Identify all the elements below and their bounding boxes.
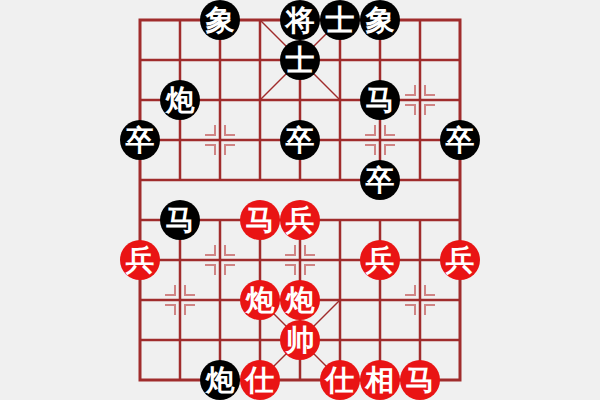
board-point-f8-r3[interactable]: 卒: [440, 120, 480, 160]
board-point-f8-r8[interactable]: [440, 320, 480, 360]
piece-black-horse[interactable]: 马: [360, 80, 400, 120]
board-point-f3-r4[interactable]: [240, 160, 280, 200]
board-point-f5-r6[interactable]: [320, 240, 360, 280]
piece-black-elephant[interactable]: 象: [360, 0, 400, 40]
board-point-f8-r6[interactable]: 兵: [440, 240, 480, 280]
board-point-f2-r6[interactable]: [200, 240, 240, 280]
board-point-f2-r3[interactable]: [200, 120, 240, 160]
piece-red-soldier[interactable]: 兵: [120, 240, 160, 280]
board-point-f0-r0[interactable]: [120, 0, 160, 40]
piece-black-soldier[interactable]: 卒: [440, 120, 480, 160]
board-point-f4-r4[interactable]: [280, 160, 320, 200]
piece-red-horse[interactable]: 马: [400, 360, 440, 400]
board-point-f1-r0[interactable]: [160, 0, 200, 40]
board-point-f0-r9[interactable]: [120, 360, 160, 400]
board-point-f3-r9[interactable]: 仕: [240, 360, 280, 400]
piece-black-soldier[interactable]: 卒: [280, 120, 320, 160]
piece-red-soldier[interactable]: 兵: [280, 200, 320, 240]
board-point-f5-r7[interactable]: [320, 280, 360, 320]
board-point-f4-r0[interactable]: 将: [280, 0, 320, 40]
board-point-f3-r6[interactable]: [240, 240, 280, 280]
board-point-f8-r5[interactable]: [440, 200, 480, 240]
board-point-f3-r1[interactable]: [240, 40, 280, 80]
board-point-f1-r1[interactable]: [160, 40, 200, 80]
board-point-f7-r0[interactable]: [400, 0, 440, 40]
board-point-f0-r2[interactable]: [120, 80, 160, 120]
piece-red-advisor[interactable]: 仕: [240, 360, 280, 400]
piece-red-cannon[interactable]: 炮: [280, 280, 320, 320]
board-point-f4-r8[interactable]: 帅: [280, 320, 320, 360]
board-point-f7-r2[interactable]: [400, 80, 440, 120]
board-point-f3-r5[interactable]: 马: [240, 200, 280, 240]
piece-red-soldier[interactable]: 兵: [440, 240, 480, 280]
board-point-f8-r1[interactable]: [440, 40, 480, 80]
board-point-f5-r3[interactable]: [320, 120, 360, 160]
piece-red-horse[interactable]: 马: [240, 200, 280, 240]
piece-black-general[interactable]: 将: [280, 0, 320, 40]
xiangqi-board: 象将士象士炮马卒卒卒卒马马兵兵兵兵炮炮帅炮仕仕相马: [0, 0, 600, 400]
board-point-f6-r8[interactable]: [360, 320, 400, 360]
board-point-f7-r4[interactable]: [400, 160, 440, 200]
piece-black-cannon[interactable]: 炮: [160, 80, 200, 120]
board-point-f1-r7[interactable]: [160, 280, 200, 320]
board-point-f6-r7[interactable]: [360, 280, 400, 320]
board-point-f3-r7[interactable]: 炮: [240, 280, 280, 320]
board-point-f2-r0[interactable]: 象: [200, 0, 240, 40]
board-point-f8-r4[interactable]: [440, 160, 480, 200]
board-point-f7-r9[interactable]: 马: [400, 360, 440, 400]
board-point-f4-r5[interactable]: 兵: [280, 200, 320, 240]
board-point-f5-r2[interactable]: [320, 80, 360, 120]
piece-red-advisor[interactable]: 仕: [320, 360, 360, 400]
board-point-f2-r7[interactable]: [200, 280, 240, 320]
board-point-f3-r2[interactable]: [240, 80, 280, 120]
board-point-f1-r2[interactable]: 炮: [160, 80, 200, 120]
board-point-f0-r4[interactable]: [120, 160, 160, 200]
board-point-f8-r7[interactable]: [440, 280, 480, 320]
board-point-f8-r2[interactable]: [440, 80, 480, 120]
board-point-f2-r5[interactable]: [200, 200, 240, 240]
board-point-f6-r6[interactable]: 兵: [360, 240, 400, 280]
board-point-f2-r4[interactable]: [200, 160, 240, 200]
board-point-f6-r4[interactable]: 卒: [360, 160, 400, 200]
board-point-f0-r1[interactable]: [120, 40, 160, 80]
board-point-f1-r8[interactable]: [160, 320, 200, 360]
board-point-f7-r3[interactable]: [400, 120, 440, 160]
piece-red-general[interactable]: 帅: [280, 320, 320, 360]
board-point-f4-r9[interactable]: [280, 360, 320, 400]
board-point-f2-r9[interactable]: 炮: [200, 360, 240, 400]
board-point-f1-r9[interactable]: [160, 360, 200, 400]
piece-red-cannon[interactable]: 炮: [240, 280, 280, 320]
piece-black-soldier[interactable]: 卒: [120, 120, 160, 160]
board-point-f0-r8[interactable]: [120, 320, 160, 360]
piece-black-soldier[interactable]: 卒: [360, 160, 400, 200]
board-point-f2-r1[interactable]: [200, 40, 240, 80]
board-point-f1-r3[interactable]: [160, 120, 200, 160]
piece-black-advisor[interactable]: 士: [280, 40, 320, 80]
board-point-f1-r6[interactable]: [160, 240, 200, 280]
board-point-f4-r1[interactable]: 士: [280, 40, 320, 80]
board-point-f0-r3[interactable]: 卒: [120, 120, 160, 160]
board-point-f4-r2[interactable]: [280, 80, 320, 120]
piece-red-elephant[interactable]: 相: [360, 360, 400, 400]
board-point-f0-r5[interactable]: [120, 200, 160, 240]
board-intersections: 象将士象士炮马卒卒卒卒马马兵兵兵兵炮炮帅炮仕仕相马: [120, 0, 480, 400]
board-point-f6-r0[interactable]: 象: [360, 0, 400, 40]
board-point-f6-r1[interactable]: [360, 40, 400, 80]
board-point-f2-r2[interactable]: [200, 80, 240, 120]
board-point-f5-r1[interactable]: [320, 40, 360, 80]
board-point-f6-r2[interactable]: 马: [360, 80, 400, 120]
board-point-f5-r0[interactable]: 士: [320, 0, 360, 40]
piece-black-advisor[interactable]: 士: [320, 0, 360, 40]
board-point-f8-r9[interactable]: [440, 360, 480, 400]
board-point-f6-r5[interactable]: [360, 200, 400, 240]
board-point-f3-r0[interactable]: [240, 0, 280, 40]
board-point-f5-r5[interactable]: [320, 200, 360, 240]
board-point-f2-r8[interactable]: [200, 320, 240, 360]
board-point-f7-r1[interactable]: [400, 40, 440, 80]
board-point-f0-r6[interactable]: 兵: [120, 240, 160, 280]
board-point-f7-r8[interactable]: [400, 320, 440, 360]
board-point-f5-r9[interactable]: 仕: [320, 360, 360, 400]
board-point-f1-r5[interactable]: 马: [160, 200, 200, 240]
piece-red-soldier[interactable]: 兵: [360, 240, 400, 280]
board-point-f1-r4[interactable]: [160, 160, 200, 200]
board-point-f4-r6[interactable]: [280, 240, 320, 280]
board-point-f7-r7[interactable]: [400, 280, 440, 320]
board-point-f3-r8[interactable]: [240, 320, 280, 360]
board-point-f4-r7[interactable]: 炮: [280, 280, 320, 320]
piece-black-elephant[interactable]: 象: [200, 0, 240, 40]
piece-black-horse[interactable]: 马: [160, 200, 200, 240]
piece-black-cannon[interactable]: 炮: [200, 360, 240, 400]
board-point-f0-r7[interactable]: [120, 280, 160, 320]
board-point-f6-r9[interactable]: 相: [360, 360, 400, 400]
board-point-f3-r3[interactable]: [240, 120, 280, 160]
board-point-f4-r3[interactable]: 卒: [280, 120, 320, 160]
board-point-f8-r0[interactable]: [440, 0, 480, 40]
board-point-f7-r5[interactable]: [400, 200, 440, 240]
board-point-f5-r8[interactable]: [320, 320, 360, 360]
board-point-f6-r3[interactable]: [360, 120, 400, 160]
board-point-f7-r6[interactable]: [400, 240, 440, 280]
board-point-f5-r4[interactable]: [320, 160, 360, 200]
